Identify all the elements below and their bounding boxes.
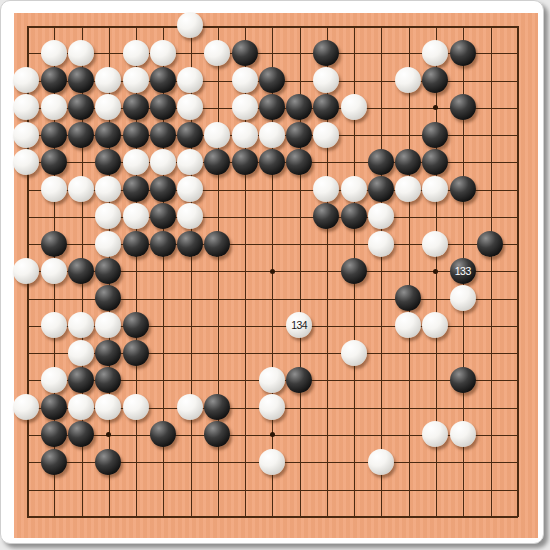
intersection-c2-r2[interactable] bbox=[41, 40, 68, 67]
intersection-c8-r3[interactable] bbox=[204, 67, 231, 94]
intersection-c17-r16[interactable] bbox=[450, 421, 477, 448]
intersection-c19-r3[interactable] bbox=[504, 67, 531, 94]
intersection-c13-r11[interactable] bbox=[341, 285, 368, 312]
intersection-c5-r13[interactable] bbox=[122, 340, 149, 367]
intersection-c14-r12[interactable] bbox=[368, 312, 395, 339]
intersection-c9-r15[interactable] bbox=[231, 394, 258, 421]
intersection-c18-r6[interactable] bbox=[477, 149, 504, 176]
intersection-c4-r9[interactable] bbox=[95, 230, 122, 257]
intersection-c7-r8[interactable] bbox=[177, 203, 204, 230]
intersection-c3-r15[interactable] bbox=[68, 394, 95, 421]
intersection-c15-r3[interactable] bbox=[395, 67, 422, 94]
intersection-c7-r17[interactable] bbox=[177, 449, 204, 476]
intersection-c6-r5[interactable] bbox=[150, 121, 177, 148]
intersection-c17-r12[interactable] bbox=[450, 312, 477, 339]
intersection-c14-r6[interactable] bbox=[368, 149, 395, 176]
intersection-c11-r1[interactable] bbox=[286, 12, 313, 39]
intersection-c2-r18[interactable] bbox=[41, 476, 68, 503]
intersection-c2-r3[interactable] bbox=[41, 67, 68, 94]
intersection-c16-r10[interactable] bbox=[422, 258, 449, 285]
intersection-c4-r13[interactable] bbox=[95, 340, 122, 367]
intersection-c9-r13[interactable] bbox=[231, 340, 258, 367]
intersection-c8-r4[interactable] bbox=[204, 94, 231, 121]
intersection-c10-r9[interactable] bbox=[259, 230, 286, 257]
intersection-c6-r14[interactable] bbox=[150, 367, 177, 394]
intersection-c13-r1[interactable] bbox=[341, 12, 368, 39]
intersection-c16-r7[interactable] bbox=[422, 176, 449, 203]
intersection-c18-r11[interactable] bbox=[477, 285, 504, 312]
intersection-c17-r19[interactable] bbox=[450, 503, 477, 530]
intersection-c5-r10[interactable] bbox=[122, 258, 149, 285]
intersection-c7-r19[interactable] bbox=[177, 503, 204, 530]
intersection-c6-r7[interactable] bbox=[150, 176, 177, 203]
intersection-c3-r9[interactable] bbox=[68, 230, 95, 257]
intersection-c4-r5[interactable] bbox=[95, 121, 122, 148]
intersection-c10-r3[interactable] bbox=[259, 67, 286, 94]
intersection-c10-r2[interactable] bbox=[259, 40, 286, 67]
intersection-c12-r2[interactable] bbox=[313, 40, 340, 67]
intersection-c18-r17[interactable] bbox=[477, 449, 504, 476]
intersection-c12-r12[interactable] bbox=[313, 312, 340, 339]
intersection-c13-r12[interactable] bbox=[341, 312, 368, 339]
intersection-c3-r18[interactable] bbox=[68, 476, 95, 503]
intersection-c6-r4[interactable] bbox=[150, 94, 177, 121]
intersection-c12-r9[interactable] bbox=[313, 230, 340, 257]
intersection-c7-r13[interactable] bbox=[177, 340, 204, 367]
intersection-c1-r15[interactable] bbox=[13, 394, 40, 421]
intersection-c13-r16[interactable] bbox=[341, 421, 368, 448]
intersection-c10-r10[interactable] bbox=[259, 258, 286, 285]
intersection-c4-r19[interactable] bbox=[95, 503, 122, 530]
intersection-c7-r15[interactable] bbox=[177, 394, 204, 421]
intersection-c11-r2[interactable] bbox=[286, 40, 313, 67]
intersection-c18-r4[interactable] bbox=[477, 94, 504, 121]
intersection-c13-r5[interactable] bbox=[341, 121, 368, 148]
intersection-c15-r15[interactable] bbox=[395, 394, 422, 421]
intersection-c6-r17[interactable] bbox=[150, 449, 177, 476]
intersection-c7-r4[interactable] bbox=[177, 94, 204, 121]
intersection-c11-r13[interactable] bbox=[286, 340, 313, 367]
intersection-c9-r16[interactable] bbox=[231, 421, 258, 448]
intersection-c6-r18[interactable] bbox=[150, 476, 177, 503]
intersection-c10-r15[interactable] bbox=[259, 394, 286, 421]
intersection-c13-r18[interactable] bbox=[341, 476, 368, 503]
intersection-c4-r1[interactable] bbox=[95, 12, 122, 39]
intersection-c11-r3[interactable] bbox=[286, 67, 313, 94]
intersection-c3-r3[interactable] bbox=[68, 67, 95, 94]
intersection-c8-r2[interactable] bbox=[204, 40, 231, 67]
intersection-c17-r1[interactable] bbox=[450, 12, 477, 39]
intersection-c5-r3[interactable] bbox=[122, 67, 149, 94]
intersection-c19-r4[interactable] bbox=[504, 94, 531, 121]
intersection-c7-r7[interactable] bbox=[177, 176, 204, 203]
intersection-c5-r11[interactable] bbox=[122, 285, 149, 312]
intersection-c4-r2[interactable] bbox=[95, 40, 122, 67]
intersection-c18-r15[interactable] bbox=[477, 394, 504, 421]
intersection-c5-r14[interactable] bbox=[122, 367, 149, 394]
intersection-c2-r4[interactable] bbox=[41, 94, 68, 121]
intersection-c11-r14[interactable] bbox=[286, 367, 313, 394]
intersection-c18-r3[interactable] bbox=[477, 67, 504, 94]
intersection-c19-r16[interactable] bbox=[504, 421, 531, 448]
intersection-c3-r12[interactable] bbox=[68, 312, 95, 339]
intersection-c16-r13[interactable] bbox=[422, 340, 449, 367]
intersection-c6-r19[interactable] bbox=[150, 503, 177, 530]
intersection-c1-r17[interactable] bbox=[13, 449, 40, 476]
intersection-c14-r14[interactable] bbox=[368, 367, 395, 394]
intersection-c9-r3[interactable] bbox=[231, 67, 258, 94]
intersection-c3-r8[interactable] bbox=[68, 203, 95, 230]
intersection-c15-r13[interactable] bbox=[395, 340, 422, 367]
intersection-c19-r2[interactable] bbox=[504, 40, 531, 67]
intersection-c10-r6[interactable] bbox=[259, 149, 286, 176]
intersection-c1-r13[interactable] bbox=[13, 340, 40, 367]
intersection-c11-r10[interactable] bbox=[286, 258, 313, 285]
intersection-c16-r14[interactable] bbox=[422, 367, 449, 394]
intersection-c4-r10[interactable] bbox=[95, 258, 122, 285]
intersection-c11-r17[interactable] bbox=[286, 449, 313, 476]
intersection-c5-r18[interactable] bbox=[122, 476, 149, 503]
intersection-c14-r18[interactable] bbox=[368, 476, 395, 503]
intersection-c11-r5[interactable] bbox=[286, 121, 313, 148]
intersection-c6-r15[interactable] bbox=[150, 394, 177, 421]
intersection-c10-r1[interactable] bbox=[259, 12, 286, 39]
intersection-c8-r6[interactable] bbox=[204, 149, 231, 176]
intersection-c15-r1[interactable] bbox=[395, 12, 422, 39]
intersection-c5-r8[interactable] bbox=[122, 203, 149, 230]
intersection-c12-r19[interactable] bbox=[313, 503, 340, 530]
intersection-c12-r5[interactable] bbox=[313, 121, 340, 148]
intersection-c4-r15[interactable] bbox=[95, 394, 122, 421]
intersection-c6-r12[interactable] bbox=[150, 312, 177, 339]
intersection-c2-r14[interactable] bbox=[41, 367, 68, 394]
intersection-c16-r12[interactable] bbox=[422, 312, 449, 339]
intersection-c18-r5[interactable] bbox=[477, 121, 504, 148]
intersection-c16-r4[interactable] bbox=[422, 94, 449, 121]
intersection-c19-r12[interactable] bbox=[504, 312, 531, 339]
intersection-c8-r9[interactable] bbox=[204, 230, 231, 257]
intersection-c4-r8[interactable] bbox=[95, 203, 122, 230]
intersection-c2-r6[interactable] bbox=[41, 149, 68, 176]
intersection-c14-r17[interactable] bbox=[368, 449, 395, 476]
intersection-c10-r18[interactable] bbox=[259, 476, 286, 503]
intersection-c13-r19[interactable] bbox=[341, 503, 368, 530]
intersection-c10-r13[interactable] bbox=[259, 340, 286, 367]
intersection-c17-r8[interactable] bbox=[450, 203, 477, 230]
intersection-c2-r16[interactable] bbox=[41, 421, 68, 448]
intersection-c4-r7[interactable] bbox=[95, 176, 122, 203]
intersection-c7-r10[interactable] bbox=[177, 258, 204, 285]
intersection-c19-r1[interactable] bbox=[504, 12, 531, 39]
intersection-c16-r8[interactable] bbox=[422, 203, 449, 230]
intersection-c3-r19[interactable] bbox=[68, 503, 95, 530]
intersection-c17-r5[interactable] bbox=[450, 121, 477, 148]
intersection-c1-r16[interactable] bbox=[13, 421, 40, 448]
intersection-c4-r3[interactable] bbox=[95, 67, 122, 94]
intersection-c3-r16[interactable] bbox=[68, 421, 95, 448]
intersection-c17-r9[interactable] bbox=[450, 230, 477, 257]
intersection-c9-r19[interactable] bbox=[231, 503, 258, 530]
intersection-c11-r19[interactable] bbox=[286, 503, 313, 530]
intersection-c12-r17[interactable] bbox=[313, 449, 340, 476]
intersection-c16-r5[interactable] bbox=[422, 121, 449, 148]
intersection-c11-r12[interactable]: 134 bbox=[286, 312, 313, 339]
intersection-c17-r2[interactable] bbox=[450, 40, 477, 67]
intersection-c1-r19[interactable] bbox=[13, 503, 40, 530]
intersection-c6-r3[interactable] bbox=[150, 67, 177, 94]
intersection-c2-r8[interactable] bbox=[41, 203, 68, 230]
intersection-c4-r17[interactable] bbox=[95, 449, 122, 476]
intersection-c14-r15[interactable] bbox=[368, 394, 395, 421]
intersection-c14-r3[interactable] bbox=[368, 67, 395, 94]
intersection-c14-r2[interactable] bbox=[368, 40, 395, 67]
intersection-c11-r15[interactable] bbox=[286, 394, 313, 421]
intersection-c7-r9[interactable] bbox=[177, 230, 204, 257]
intersection-c19-r5[interactable] bbox=[504, 121, 531, 148]
intersection-c14-r10[interactable] bbox=[368, 258, 395, 285]
intersection-c9-r10[interactable] bbox=[231, 258, 258, 285]
intersection-c5-r19[interactable] bbox=[122, 503, 149, 530]
intersection-c2-r7[interactable] bbox=[41, 176, 68, 203]
intersection-c2-r1[interactable] bbox=[41, 12, 68, 39]
intersection-c6-r13[interactable] bbox=[150, 340, 177, 367]
intersection-c9-r5[interactable] bbox=[231, 121, 258, 148]
intersection-c5-r15[interactable] bbox=[122, 394, 149, 421]
intersection-c3-r10[interactable] bbox=[68, 258, 95, 285]
intersection-c5-r16[interactable] bbox=[122, 421, 149, 448]
intersection-c14-r1[interactable] bbox=[368, 12, 395, 39]
intersection-c12-r8[interactable] bbox=[313, 203, 340, 230]
intersection-c14-r7[interactable] bbox=[368, 176, 395, 203]
intersection-c18-r12[interactable] bbox=[477, 312, 504, 339]
intersection-c6-r2[interactable] bbox=[150, 40, 177, 67]
intersection-c1-r4[interactable] bbox=[13, 94, 40, 121]
intersection-c6-r10[interactable] bbox=[150, 258, 177, 285]
intersection-c15-r19[interactable] bbox=[395, 503, 422, 530]
intersection-c16-r17[interactable] bbox=[422, 449, 449, 476]
intersection-c13-r17[interactable] bbox=[341, 449, 368, 476]
intersection-c14-r19[interactable] bbox=[368, 503, 395, 530]
intersection-c1-r1[interactable] bbox=[13, 12, 40, 39]
intersection-c10-r7[interactable] bbox=[259, 176, 286, 203]
intersection-c13-r4[interactable] bbox=[341, 94, 368, 121]
intersection-c17-r17[interactable] bbox=[450, 449, 477, 476]
intersection-c15-r16[interactable] bbox=[395, 421, 422, 448]
intersection-c5-r6[interactable] bbox=[122, 149, 149, 176]
intersection-c18-r19[interactable] bbox=[477, 503, 504, 530]
go-board[interactable]: 133134 bbox=[13, 12, 531, 530]
intersection-c13-r15[interactable] bbox=[341, 394, 368, 421]
intersection-c6-r9[interactable] bbox=[150, 230, 177, 257]
intersection-c11-r4[interactable] bbox=[286, 94, 313, 121]
intersection-c9-r1[interactable] bbox=[231, 12, 258, 39]
intersection-c8-r19[interactable] bbox=[204, 503, 231, 530]
intersection-c9-r9[interactable] bbox=[231, 230, 258, 257]
intersection-c17-r13[interactable] bbox=[450, 340, 477, 367]
intersection-c8-r1[interactable] bbox=[204, 12, 231, 39]
intersection-c19-r18[interactable] bbox=[504, 476, 531, 503]
intersection-c12-r16[interactable] bbox=[313, 421, 340, 448]
intersection-c3-r11[interactable] bbox=[68, 285, 95, 312]
intersection-c13-r8[interactable] bbox=[341, 203, 368, 230]
intersection-c1-r8[interactable] bbox=[13, 203, 40, 230]
intersection-c19-r13[interactable] bbox=[504, 340, 531, 367]
intersection-c19-r15[interactable] bbox=[504, 394, 531, 421]
intersection-c7-r18[interactable] bbox=[177, 476, 204, 503]
intersection-c12-r18[interactable] bbox=[313, 476, 340, 503]
intersection-c14-r4[interactable] bbox=[368, 94, 395, 121]
intersection-c6-r6[interactable] bbox=[150, 149, 177, 176]
intersection-c18-r14[interactable] bbox=[477, 367, 504, 394]
intersection-c18-r2[interactable] bbox=[477, 40, 504, 67]
intersection-c17-r11[interactable] bbox=[450, 285, 477, 312]
intersection-c8-r7[interactable] bbox=[204, 176, 231, 203]
intersection-c12-r7[interactable] bbox=[313, 176, 340, 203]
intersection-c10-r12[interactable] bbox=[259, 312, 286, 339]
intersection-c15-r11[interactable] bbox=[395, 285, 422, 312]
intersection-c9-r6[interactable] bbox=[231, 149, 258, 176]
intersection-c8-r14[interactable] bbox=[204, 367, 231, 394]
intersection-c7-r1[interactable] bbox=[177, 12, 204, 39]
intersection-c15-r12[interactable] bbox=[395, 312, 422, 339]
intersection-c19-r19[interactable] bbox=[504, 503, 531, 530]
intersection-c16-r11[interactable] bbox=[422, 285, 449, 312]
intersection-c7-r3[interactable] bbox=[177, 67, 204, 94]
intersection-c7-r11[interactable] bbox=[177, 285, 204, 312]
intersection-c15-r14[interactable] bbox=[395, 367, 422, 394]
intersection-c15-r9[interactable] bbox=[395, 230, 422, 257]
intersection-c3-r17[interactable] bbox=[68, 449, 95, 476]
intersection-c4-r11[interactable] bbox=[95, 285, 122, 312]
intersection-c10-r17[interactable] bbox=[259, 449, 286, 476]
intersection-c4-r6[interactable] bbox=[95, 149, 122, 176]
intersection-c5-r17[interactable] bbox=[122, 449, 149, 476]
intersection-c10-r8[interactable] bbox=[259, 203, 286, 230]
intersection-c14-r5[interactable] bbox=[368, 121, 395, 148]
intersection-c6-r1[interactable] bbox=[150, 12, 177, 39]
intersection-c16-r19[interactable] bbox=[422, 503, 449, 530]
intersection-c19-r17[interactable] bbox=[504, 449, 531, 476]
intersection-c17-r18[interactable] bbox=[450, 476, 477, 503]
intersection-c8-r15[interactable] bbox=[204, 394, 231, 421]
intersection-c1-r2[interactable] bbox=[13, 40, 40, 67]
intersection-c8-r8[interactable] bbox=[204, 203, 231, 230]
intersection-c14-r11[interactable] bbox=[368, 285, 395, 312]
intersection-c18-r10[interactable] bbox=[477, 258, 504, 285]
intersection-c7-r12[interactable] bbox=[177, 312, 204, 339]
intersection-c9-r11[interactable] bbox=[231, 285, 258, 312]
intersection-c3-r7[interactable] bbox=[68, 176, 95, 203]
intersection-c1-r9[interactable] bbox=[13, 230, 40, 257]
intersection-c16-r15[interactable] bbox=[422, 394, 449, 421]
intersection-c19-r10[interactable] bbox=[504, 258, 531, 285]
intersection-c8-r16[interactable] bbox=[204, 421, 231, 448]
intersection-c1-r14[interactable] bbox=[13, 367, 40, 394]
intersection-c12-r10[interactable] bbox=[313, 258, 340, 285]
intersection-c15-r10[interactable] bbox=[395, 258, 422, 285]
intersection-c7-r5[interactable] bbox=[177, 121, 204, 148]
intersection-c17-r4[interactable] bbox=[450, 94, 477, 121]
intersection-c10-r14[interactable] bbox=[259, 367, 286, 394]
intersection-c5-r12[interactable] bbox=[122, 312, 149, 339]
intersection-c2-r10[interactable] bbox=[41, 258, 68, 285]
intersection-c5-r7[interactable] bbox=[122, 176, 149, 203]
intersection-c5-r4[interactable] bbox=[122, 94, 149, 121]
intersection-c6-r8[interactable] bbox=[150, 203, 177, 230]
intersection-c5-r5[interactable] bbox=[122, 121, 149, 148]
intersection-c7-r2[interactable] bbox=[177, 40, 204, 67]
intersection-c13-r7[interactable] bbox=[341, 176, 368, 203]
intersection-c12-r4[interactable] bbox=[313, 94, 340, 121]
intersection-c16-r16[interactable] bbox=[422, 421, 449, 448]
intersection-c10-r5[interactable] bbox=[259, 121, 286, 148]
intersection-c8-r12[interactable] bbox=[204, 312, 231, 339]
intersection-c1-r7[interactable] bbox=[13, 176, 40, 203]
intersection-c18-r1[interactable] bbox=[477, 12, 504, 39]
intersection-c11-r7[interactable] bbox=[286, 176, 313, 203]
intersection-c15-r18[interactable] bbox=[395, 476, 422, 503]
intersection-c9-r2[interactable] bbox=[231, 40, 258, 67]
intersection-c9-r12[interactable] bbox=[231, 312, 258, 339]
intersection-c15-r6[interactable] bbox=[395, 149, 422, 176]
intersection-c11-r8[interactable] bbox=[286, 203, 313, 230]
intersection-c4-r16[interactable] bbox=[95, 421, 122, 448]
intersection-c7-r6[interactable] bbox=[177, 149, 204, 176]
intersection-c13-r14[interactable] bbox=[341, 367, 368, 394]
intersection-c11-r16[interactable] bbox=[286, 421, 313, 448]
intersection-c8-r10[interactable] bbox=[204, 258, 231, 285]
intersection-c4-r14[interactable] bbox=[95, 367, 122, 394]
intersection-c3-r13[interactable] bbox=[68, 340, 95, 367]
intersection-c15-r8[interactable] bbox=[395, 203, 422, 230]
intersection-c2-r9[interactable] bbox=[41, 230, 68, 257]
intersection-c4-r4[interactable] bbox=[95, 94, 122, 121]
intersection-c12-r1[interactable] bbox=[313, 12, 340, 39]
intersection-c15-r17[interactable] bbox=[395, 449, 422, 476]
intersection-c9-r17[interactable] bbox=[231, 449, 258, 476]
intersection-c14-r8[interactable] bbox=[368, 203, 395, 230]
intersection-c17-r14[interactable] bbox=[450, 367, 477, 394]
intersection-c18-r16[interactable] bbox=[477, 421, 504, 448]
intersection-c4-r12[interactable] bbox=[95, 312, 122, 339]
intersection-c1-r5[interactable] bbox=[13, 121, 40, 148]
intersection-c14-r16[interactable] bbox=[368, 421, 395, 448]
intersection-c13-r3[interactable] bbox=[341, 67, 368, 94]
intersection-c18-r18[interactable] bbox=[477, 476, 504, 503]
intersection-c8-r5[interactable] bbox=[204, 121, 231, 148]
intersection-c2-r5[interactable] bbox=[41, 121, 68, 148]
intersection-c1-r11[interactable] bbox=[13, 285, 40, 312]
intersection-c16-r18[interactable] bbox=[422, 476, 449, 503]
intersection-c9-r8[interactable] bbox=[231, 203, 258, 230]
intersection-c1-r3[interactable] bbox=[13, 67, 40, 94]
intersection-c12-r11[interactable] bbox=[313, 285, 340, 312]
intersection-c10-r11[interactable] bbox=[259, 285, 286, 312]
intersection-c18-r7[interactable] bbox=[477, 176, 504, 203]
intersection-c9-r4[interactable] bbox=[231, 94, 258, 121]
intersection-c11-r11[interactable] bbox=[286, 285, 313, 312]
intersection-c8-r18[interactable] bbox=[204, 476, 231, 503]
intersection-c5-r2[interactable] bbox=[122, 40, 149, 67]
intersection-c6-r11[interactable] bbox=[150, 285, 177, 312]
intersection-c3-r2[interactable] bbox=[68, 40, 95, 67]
intersection-c19-r11[interactable] bbox=[504, 285, 531, 312]
intersection-c15-r7[interactable] bbox=[395, 176, 422, 203]
intersection-c3-r6[interactable] bbox=[68, 149, 95, 176]
intersection-c1-r18[interactable] bbox=[13, 476, 40, 503]
intersection-c9-r7[interactable] bbox=[231, 176, 258, 203]
intersection-c9-r14[interactable] bbox=[231, 367, 258, 394]
